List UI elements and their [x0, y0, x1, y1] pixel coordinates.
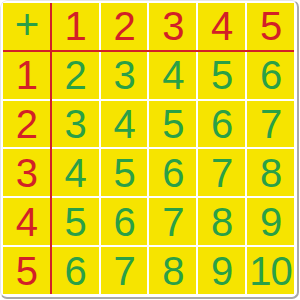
cell-r5c2: 7 — [101, 247, 148, 294]
cell-r2c2: 4 — [101, 101, 148, 148]
cell-r1c1: 2 — [52, 52, 99, 99]
cell-r4c3: 7 — [149, 198, 196, 245]
cell-r3c3: 6 — [149, 149, 196, 196]
addition-table-card: +123451234562345673456784567895678910 — [0, 0, 300, 300]
header-row-red-separator — [3, 50, 294, 52]
cell-r5c3: 8 — [149, 247, 196, 294]
cell-r2c4: 6 — [198, 101, 245, 148]
cell-r1c4: 5 — [198, 52, 245, 99]
cell-r0c4: 4 — [198, 3, 245, 50]
cell-r3c5: 8 — [247, 149, 294, 196]
cell-r2c5: 7 — [247, 101, 294, 148]
cell-r2c0: 2 — [3, 101, 50, 148]
cell-r4c1: 5 — [52, 198, 99, 245]
cell-r1c2: 3 — [101, 52, 148, 99]
cell-r1c3: 4 — [149, 52, 196, 99]
cell-r5c1: 6 — [52, 247, 99, 294]
cell-r0c0: + — [3, 3, 50, 50]
cell-r2c1: 3 — [52, 101, 99, 148]
cell-r3c4: 7 — [198, 149, 245, 196]
cell-r3c1: 4 — [52, 149, 99, 196]
cell-r4c2: 6 — [101, 198, 148, 245]
board-wrap: +123451234562345673456784567895678910 — [3, 3, 294, 294]
cell-r0c5: 5 — [247, 3, 294, 50]
header-column-red-separator — [50, 3, 52, 294]
cell-r0c2: 2 — [101, 3, 148, 50]
cell-r4c5: 9 — [247, 198, 294, 245]
cell-r1c5: 6 — [247, 52, 294, 99]
cell-r2c3: 5 — [149, 101, 196, 148]
cell-r4c0: 4 — [3, 198, 50, 245]
cell-r4c4: 8 — [198, 198, 245, 245]
cell-r5c5: 10 — [247, 247, 294, 294]
cell-r0c3: 3 — [149, 3, 196, 50]
cell-r5c0: 5 — [3, 247, 50, 294]
cell-r3c0: 3 — [3, 149, 50, 196]
cell-r5c4: 9 — [198, 247, 245, 294]
cell-r0c1: 1 — [52, 3, 99, 50]
cell-r3c2: 5 — [101, 149, 148, 196]
board: +123451234562345673456784567895678910 — [3, 3, 294, 294]
cell-r1c0: 1 — [3, 52, 50, 99]
